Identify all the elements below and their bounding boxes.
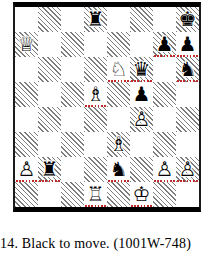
square-c5 <box>61 82 84 107</box>
square-a4 <box>15 107 38 132</box>
piece-white-pawn: ♙ <box>15 157 38 182</box>
piece-black-knight: ♞ <box>176 57 199 82</box>
square-d5: ♗ <box>84 82 107 107</box>
square-b6 <box>38 57 61 82</box>
spellcheck-squiggle <box>85 205 106 207</box>
square-a8 <box>15 7 38 32</box>
diagram-caption: 14. Black to move. (1001W-748) <box>0 236 210 252</box>
square-f2 <box>130 157 153 182</box>
piece-black-king: ♚ <box>176 7 199 32</box>
piece-black-queen: ♛ <box>130 57 153 82</box>
square-f7 <box>130 32 153 57</box>
square-d3 <box>84 132 107 157</box>
square-g5 <box>153 82 176 107</box>
square-e5 <box>107 82 130 107</box>
square-e2: ♞ <box>107 157 130 182</box>
square-h7: ♟ <box>176 32 199 57</box>
square-e6: ♘ <box>107 57 130 82</box>
square-h2: ♙ <box>176 157 199 182</box>
square-a5 <box>15 82 38 107</box>
square-g1 <box>153 182 176 207</box>
square-c4 <box>61 107 84 132</box>
piece-white-queen: ♕ <box>15 32 38 57</box>
square-e7 <box>107 32 130 57</box>
piece-white-bishop: ♗ <box>84 82 107 107</box>
square-g8 <box>153 7 176 32</box>
square-c6 <box>61 57 84 82</box>
piece-white-pawn: ♙ <box>176 157 199 182</box>
chess-board: ♜♚♕♟♟♘♛♞♗♟♙♗♙♜♞♙♙♖♔ <box>15 7 199 207</box>
square-b2: ♜ <box>38 157 61 182</box>
piece-white-bishop: ♗ <box>107 132 130 157</box>
square-g6 <box>153 57 176 82</box>
square-g3 <box>153 132 176 157</box>
square-d8: ♜ <box>84 7 107 32</box>
square-f8 <box>130 7 153 32</box>
square-b8 <box>38 7 61 32</box>
square-a2: ♙ <box>15 157 38 182</box>
square-d1: ♖ <box>84 182 107 207</box>
piece-black-knight: ♞ <box>107 157 130 182</box>
spellcheck-squiggle <box>131 205 152 207</box>
square-f1: ♔ <box>130 182 153 207</box>
square-b4 <box>38 107 61 132</box>
square-g4 <box>153 107 176 132</box>
square-c8 <box>61 7 84 32</box>
square-a6 <box>15 57 38 82</box>
piece-white-king: ♔ <box>130 182 153 207</box>
piece-black-rook: ♜ <box>84 7 107 32</box>
piece-white-pawn: ♙ <box>130 107 153 132</box>
square-g7: ♟ <box>153 32 176 57</box>
square-h3 <box>176 132 199 157</box>
piece-white-pawn: ♙ <box>153 157 176 182</box>
square-d6 <box>84 57 107 82</box>
piece-black-pawn: ♟ <box>176 32 199 57</box>
square-f3 <box>130 132 153 157</box>
square-c7 <box>61 32 84 57</box>
square-d7 <box>84 32 107 57</box>
square-b3 <box>38 132 61 157</box>
piece-black-rook: ♜ <box>38 157 61 182</box>
square-h1 <box>176 182 199 207</box>
square-d4 <box>84 107 107 132</box>
square-h4 <box>176 107 199 132</box>
square-h5 <box>176 82 199 107</box>
square-h8: ♚ <box>176 7 199 32</box>
square-h6: ♞ <box>176 57 199 82</box>
square-e3: ♗ <box>107 132 130 157</box>
square-a7: ♕ <box>15 32 38 57</box>
square-f5: ♟ <box>130 82 153 107</box>
square-f6: ♛ <box>130 57 153 82</box>
square-e1 <box>107 182 130 207</box>
square-b5 <box>38 82 61 107</box>
square-b1 <box>38 182 61 207</box>
square-e4 <box>107 107 130 132</box>
square-a3 <box>15 132 38 157</box>
square-g2: ♙ <box>153 157 176 182</box>
piece-black-pawn: ♟ <box>153 32 176 57</box>
square-f4: ♙ <box>130 107 153 132</box>
piece-white-rook: ♖ <box>84 182 107 207</box>
square-a1 <box>15 182 38 207</box>
chess-board-frame: ♜♚♕♟♟♘♛♞♗♟♙♗♙♜♞♙♙♖♔ <box>13 2 201 212</box>
piece-black-pawn: ♟ <box>130 82 153 107</box>
square-c1 <box>61 182 84 207</box>
square-d2 <box>84 157 107 182</box>
square-c2 <box>61 157 84 182</box>
square-b7 <box>38 32 61 57</box>
square-c3 <box>61 132 84 157</box>
piece-white-knight: ♘ <box>107 57 130 82</box>
square-e8 <box>107 7 130 32</box>
